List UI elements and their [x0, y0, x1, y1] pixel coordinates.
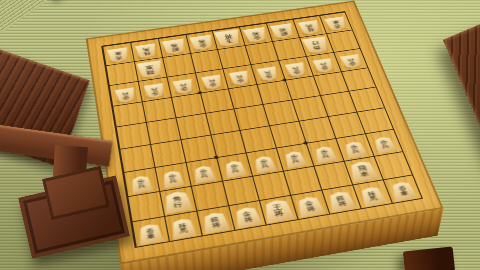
square-6h[interactable] [221, 176, 259, 206]
square-9f[interactable] [119, 144, 154, 172]
piece-kanji: 王将 [272, 203, 285, 217]
piece-sente-pawn[interactable]: 歩兵 [222, 160, 248, 179]
piece-kanji: 歩兵 [347, 57, 356, 65]
piece-sente-pawn[interactable]: 歩兵 [252, 155, 278, 174]
piece-gote-pawn[interactable]: 歩兵 [200, 74, 223, 90]
piece-kanji: 桂馬 [178, 222, 188, 234]
piece-sente-gold[interactable]: 金将 [294, 195, 326, 218]
piece-sente-pawn[interactable]: 歩兵 [282, 150, 308, 169]
piece-sente-king[interactable]: 王将 [261, 198, 297, 224]
piece-gote-pawn[interactable]: 歩兵 [228, 70, 252, 86]
square-7f[interactable] [180, 135, 216, 163]
square-4i[interactable]: 金将 [290, 190, 329, 220]
piece-kanji: 香車 [145, 228, 155, 240]
piece-sente-lance[interactable]: 香車 [136, 222, 165, 245]
square-6g[interactable]: 歩兵 [216, 153, 253, 181]
hoshi-dot [213, 156, 218, 160]
piece-kanji: 桂馬 [305, 24, 314, 32]
piece-kanji: 歩兵 [320, 149, 330, 159]
hoshi-dot [303, 141, 308, 145]
square-7i[interactable]: 銀将 [196, 205, 234, 236]
piece-gote-pawn[interactable]: 歩兵 [114, 87, 137, 104]
piece-kanji: 金将 [304, 200, 316, 212]
piece-gote-pawn[interactable]: 歩兵 [172, 79, 195, 95]
square-9h[interactable] [127, 191, 164, 221]
square-4g[interactable]: 歩兵 [276, 143, 314, 171]
piece-sente-bishop[interactable]: 角行 [161, 190, 194, 214]
square-3h[interactable] [313, 161, 352, 190]
square-7h[interactable] [190, 181, 227, 211]
square-2g[interactable]: 歩兵 [335, 134, 373, 161]
square-3i[interactable]: 銀将 [321, 184, 361, 214]
piece-kanji: 玉将 [223, 33, 234, 43]
piece-gote-pawn[interactable]: 歩兵 [256, 66, 280, 82]
piece-kanji: 歩兵 [230, 164, 240, 174]
square-8g[interactable]: 歩兵 [154, 162, 190, 191]
piece-kanji: 歩兵 [150, 87, 158, 96]
square-4h[interactable] [283, 166, 321, 195]
piece-sente-pawn[interactable]: 歩兵 [312, 145, 338, 163]
square-8f[interactable] [150, 140, 185, 168]
square-8e[interactable] [146, 118, 181, 145]
piece-sente-knight[interactable]: 桂馬 [169, 217, 198, 240]
piece-sente-pawn[interactable]: 歩兵 [160, 170, 185, 189]
square-5i[interactable]: 王将 [259, 195, 298, 226]
square-5f[interactable] [240, 126, 276, 153]
piece-kanji: 歩兵 [168, 174, 177, 184]
square-8i[interactable]: 桂馬 [164, 211, 202, 242]
piece-kanji: 歩兵 [137, 179, 146, 189]
square-3g[interactable]: 歩兵 [306, 138, 344, 166]
piece-sente-silver[interactable]: 銀将 [325, 190, 357, 213]
piece-kanji: 香車 [397, 185, 409, 196]
piece-kanji: 飛車 [145, 65, 155, 75]
square-1h[interactable] [373, 151, 412, 179]
square-5g[interactable]: 歩兵 [246, 148, 283, 176]
square-1i[interactable]: 香車 [382, 174, 422, 204]
piece-kanji: 香車 [114, 51, 122, 60]
square-2h[interactable]: 飛車 [343, 156, 382, 185]
piece-gote-pawn[interactable]: 歩兵 [312, 58, 336, 74]
square-9i[interactable]: 香車 [131, 216, 169, 248]
piece-gote-pawn[interactable]: 歩兵 [339, 54, 363, 70]
piece-gote-pawn[interactable]: 歩兵 [143, 83, 166, 99]
piece-sente-pawn[interactable]: 歩兵 [342, 140, 368, 158]
piece-kanji: 銀将 [169, 42, 178, 51]
square-6f[interactable] [210, 130, 246, 157]
piece-kanji: 桂馬 [367, 190, 378, 201]
square-7e[interactable] [175, 113, 210, 139]
piece-kanji: 香車 [331, 20, 341, 28]
square-2i[interactable]: 桂馬 [352, 179, 392, 209]
piece-kanji: 歩兵 [121, 91, 129, 100]
piece-kanji: 歩兵 [264, 70, 273, 79]
piece-kanji: 歩兵 [292, 66, 301, 74]
square-1g[interactable]: 歩兵 [365, 129, 403, 156]
square-9e[interactable] [116, 122, 150, 149]
piece-kanji: 角行 [311, 40, 322, 50]
board-leg [403, 246, 455, 270]
piece-kanji: 角行 [172, 195, 183, 208]
square-6i[interactable]: 金将 [228, 200, 267, 231]
piece-kanji: 歩兵 [207, 78, 216, 87]
piece-kanji: 歩兵 [350, 145, 360, 155]
piece-gote-pawn[interactable]: 歩兵 [284, 62, 308, 78]
piece-kanji: 銀将 [335, 195, 347, 207]
square-5h[interactable] [252, 171, 290, 200]
square-9g[interactable]: 歩兵 [123, 167, 159, 196]
scene: 香車桂馬銀将金将玉将金将銀将桂馬香車飛車角行歩兵歩兵歩兵歩兵歩兵歩兵歩兵歩兵歩兵… [0, 0, 480, 270]
piece-sente-silver[interactable]: 銀将 [200, 211, 231, 235]
piece-kanji: 歩兵 [179, 82, 188, 91]
square-3f[interactable] [298, 116, 335, 143]
piece-sente-pawn[interactable]: 歩兵 [129, 175, 154, 194]
square-1f[interactable] [356, 107, 394, 133]
piece-sente-knight[interactable]: 桂馬 [357, 185, 387, 207]
square-9d[interactable] [112, 101, 146, 127]
square-8d[interactable] [141, 97, 175, 123]
piece-sente-pawn[interactable]: 歩兵 [191, 165, 216, 184]
piece-kanji: 歩兵 [236, 74, 245, 83]
square-4f[interactable] [269, 121, 306, 148]
piece-kanji: 金将 [241, 211, 252, 224]
piece-kanji: 飛車 [357, 165, 370, 177]
piece-sente-pawn[interactable]: 歩兵 [371, 136, 398, 154]
piece-kanji: 歩兵 [379, 140, 389, 150]
piece-kanji: 歩兵 [260, 159, 270, 169]
piece-kanji: 金将 [251, 31, 261, 40]
piece-sente-rook[interactable]: 飛車 [346, 159, 380, 182]
piece-sente-lance[interactable]: 香車 [388, 180, 418, 201]
piece-kanji: 桂馬 [142, 47, 151, 56]
piece-kanji: 歩兵 [290, 154, 300, 164]
piece-kanji: 銀将 [278, 27, 288, 36]
piece-kanji: 歩兵 [199, 169, 208, 179]
piece-kanji: 銀将 [210, 216, 221, 229]
piece-sente-gold[interactable]: 金将 [231, 205, 263, 228]
square-8h[interactable]: 角行 [159, 186, 196, 216]
piece-kanji: 歩兵 [319, 61, 328, 69]
piece-kanji: 金将 [197, 38, 207, 47]
square-7g[interactable]: 歩兵 [185, 157, 222, 186]
